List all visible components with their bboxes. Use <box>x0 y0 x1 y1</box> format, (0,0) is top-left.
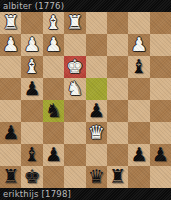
square-d2[interactable] <box>86 34 107 56</box>
piece-bP-h6: ♟ <box>2 122 19 143</box>
square-h4[interactable] <box>0 78 21 100</box>
square-b6[interactable] <box>128 122 149 144</box>
square-c8[interactable]: ♜ <box>107 166 128 188</box>
piece-bK-g8: ♚ <box>24 166 41 187</box>
square-a3[interactable] <box>150 56 171 78</box>
square-b7[interactable]: ♟ <box>128 144 149 166</box>
square-a5[interactable] <box>150 100 171 122</box>
square-g1[interactable] <box>21 12 42 34</box>
piece-wP-b2: ♟ <box>130 34 147 55</box>
square-a8[interactable] <box>150 166 171 188</box>
square-c5[interactable] <box>107 100 128 122</box>
square-a6[interactable] <box>150 122 171 144</box>
top-player-label: albiter (1776) <box>3 0 64 12</box>
square-h1[interactable]: ♜ <box>0 12 21 34</box>
square-e6[interactable] <box>64 122 85 144</box>
piece-bB-g7: ♝ <box>24 144 41 165</box>
square-e1[interactable]: ♜ <box>64 12 85 34</box>
chess-board[interactable]: ♜♝♜♟♟♟♟♝♚♝♟♞♞♟♟♛♝♟♟♟♜♚♛♜ <box>0 12 171 188</box>
square-e4[interactable]: ♞ <box>64 78 85 100</box>
square-g3[interactable]: ♝ <box>21 56 42 78</box>
square-f3[interactable] <box>43 56 64 78</box>
square-d1[interactable] <box>86 12 107 34</box>
square-f4[interactable] <box>43 78 64 100</box>
square-d8[interactable]: ♛ <box>86 166 107 188</box>
square-b8[interactable] <box>128 166 149 188</box>
square-d5[interactable]: ♟ <box>86 100 107 122</box>
square-g5[interactable] <box>21 100 42 122</box>
top-player-bar: albiter (1776) <box>0 0 171 12</box>
square-h7[interactable] <box>0 144 21 166</box>
square-b3[interactable]: ♝ <box>128 56 149 78</box>
square-h2[interactable]: ♟ <box>0 34 21 56</box>
piece-wB-f1: ♝ <box>45 12 62 33</box>
square-f2[interactable]: ♟ <box>43 34 64 56</box>
piece-wP-h2: ♟ <box>2 34 19 55</box>
square-c4[interactable] <box>107 78 128 100</box>
square-c3[interactable] <box>107 56 128 78</box>
square-f1[interactable]: ♝ <box>43 12 64 34</box>
piece-wN-e4: ♞ <box>66 78 83 99</box>
square-e3[interactable]: ♚ <box>64 56 85 78</box>
square-d3[interactable] <box>86 56 107 78</box>
square-e7[interactable] <box>64 144 85 166</box>
piece-wP-f2: ♟ <box>45 34 62 55</box>
square-g8[interactable]: ♚ <box>21 166 42 188</box>
square-g2[interactable]: ♟ <box>21 34 42 56</box>
square-a7[interactable]: ♟ <box>150 144 171 166</box>
square-f5[interactable]: ♞ <box>43 100 64 122</box>
piece-wB-g3: ♝ <box>24 56 41 77</box>
piece-bB-b3: ♝ <box>130 56 147 77</box>
piece-bP-g4: ♟ <box>24 78 41 99</box>
piece-bP-b7: ♟ <box>130 144 147 165</box>
piece-wK-e3: ♚ <box>66 56 83 77</box>
square-f8[interactable] <box>43 166 64 188</box>
square-g4[interactable]: ♟ <box>21 78 42 100</box>
chess-app-window: albiter (1776) ♜♝♜♟♟♟♟♝♚♝♟♞♞♟♟♛♝♟♟♟♜♚♛♜ … <box>0 0 171 200</box>
square-b2[interactable]: ♟ <box>128 34 149 56</box>
square-a2[interactable] <box>150 34 171 56</box>
square-h6[interactable]: ♟ <box>0 122 21 144</box>
piece-bP-a7: ♟ <box>152 144 169 165</box>
square-e8[interactable] <box>64 166 85 188</box>
bottom-player-label: erikthijs [1798] <box>3 188 71 200</box>
piece-bQ-d8: ♛ <box>88 166 105 187</box>
square-f7[interactable]: ♟ <box>43 144 64 166</box>
square-d4[interactable] <box>86 78 107 100</box>
piece-wR-h1: ♜ <box>2 12 19 33</box>
square-h5[interactable] <box>0 100 21 122</box>
square-g6[interactable] <box>21 122 42 144</box>
square-f6[interactable] <box>43 122 64 144</box>
square-b5[interactable] <box>128 100 149 122</box>
piece-bP-d5: ♟ <box>88 100 105 121</box>
piece-bR-h8: ♜ <box>2 166 19 187</box>
square-e2[interactable] <box>64 34 85 56</box>
square-h8[interactable]: ♜ <box>0 166 21 188</box>
piece-bR-c8: ♜ <box>109 166 126 187</box>
square-c1[interactable] <box>107 12 128 34</box>
square-c7[interactable] <box>107 144 128 166</box>
bottom-player-bar: erikthijs [1798] <box>0 188 171 200</box>
piece-wR-e1: ♜ <box>66 12 83 33</box>
piece-wQ-d6: ♛ <box>88 122 105 143</box>
square-d7[interactable] <box>86 144 107 166</box>
square-h3[interactable] <box>0 56 21 78</box>
square-e5[interactable] <box>64 100 85 122</box>
piece-bP-f7: ♟ <box>45 144 62 165</box>
square-c6[interactable] <box>107 122 128 144</box>
square-b4[interactable] <box>128 78 149 100</box>
square-a1[interactable] <box>150 12 171 34</box>
piece-bN-f5: ♞ <box>45 100 62 121</box>
square-b1[interactable] <box>128 12 149 34</box>
square-g7[interactable]: ♝ <box>21 144 42 166</box>
square-c2[interactable] <box>107 34 128 56</box>
piece-wP-g2: ♟ <box>24 34 41 55</box>
square-a4[interactable] <box>150 78 171 100</box>
square-d6[interactable]: ♛ <box>86 122 107 144</box>
